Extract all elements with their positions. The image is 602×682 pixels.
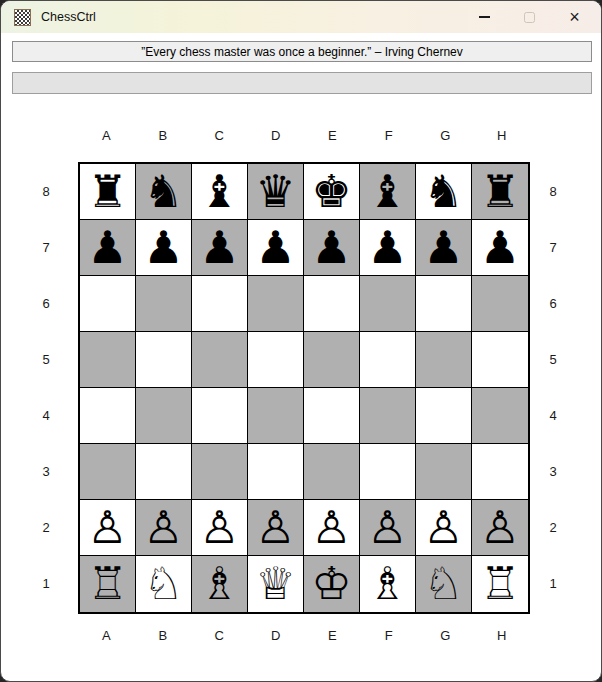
piece-black-pawn: ♟ (199, 222, 239, 274)
square-d3[interactable] (248, 444, 304, 500)
square-c1[interactable]: ♗ (192, 556, 248, 612)
rank-label-5-left: 5 (31, 332, 61, 388)
piece-black-knight: ♞ (143, 166, 183, 218)
maximize-icon (524, 12, 535, 23)
square-e3[interactable] (304, 444, 360, 500)
piece-black-pawn: ♟ (367, 222, 407, 274)
rank-label-7-right: 7 (538, 220, 568, 276)
square-c3[interactable] (192, 444, 248, 500)
piece-white-pawn: ♙ (367, 502, 407, 554)
square-a5[interactable] (80, 332, 136, 388)
square-d1[interactable]: ♕ (248, 556, 304, 612)
file-label-f-bottom: F (361, 628, 418, 644)
file-label-b-bottom: B (135, 628, 192, 644)
square-h2[interactable]: ♙ (472, 500, 528, 556)
square-f6[interactable] (360, 276, 416, 332)
file-label-b-top: B (135, 128, 192, 144)
square-b2[interactable]: ♙ (136, 500, 192, 556)
square-a3[interactable] (80, 444, 136, 500)
piece-white-pawn: ♙ (480, 502, 520, 554)
square-f8[interactable]: ♝ (360, 164, 416, 220)
rank-label-3-left: 3 (31, 444, 61, 500)
rank-labels-left: 87654321 (31, 164, 61, 612)
square-g1[interactable]: ♘ (416, 556, 472, 612)
square-a4[interactable] (80, 388, 136, 444)
app-window: ChessCtrl × ”Every chess master was once… (0, 0, 602, 682)
square-d2[interactable]: ♙ (248, 500, 304, 556)
square-d8[interactable]: ♛ (248, 164, 304, 220)
rank-label-3-right: 3 (538, 444, 568, 500)
square-c5[interactable] (192, 332, 248, 388)
file-label-a-top: A (78, 128, 135, 144)
square-e6[interactable] (304, 276, 360, 332)
piece-black-pawn: ♟ (311, 222, 351, 274)
piece-white-pawn: ♙ (255, 502, 295, 554)
rank-labels-right: 87654321 (538, 164, 568, 612)
piece-white-pawn: ♙ (143, 502, 183, 554)
rank-label-2-right: 2 (538, 500, 568, 556)
piece-black-pawn: ♟ (143, 222, 183, 274)
piece-black-pawn: ♟ (255, 222, 295, 274)
piece-black-pawn: ♟ (423, 222, 463, 274)
square-e8[interactable]: ♚ (304, 164, 360, 220)
square-b1[interactable]: ♘ (136, 556, 192, 612)
square-g2[interactable]: ♙ (416, 500, 472, 556)
file-label-d-top: D (248, 128, 305, 144)
rank-label-1-left: 1 (31, 556, 61, 612)
file-label-d-bottom: D (248, 628, 305, 644)
square-c7[interactable]: ♟ (192, 220, 248, 276)
file-label-g-top: G (417, 128, 474, 144)
square-c2[interactable]: ♙ (192, 500, 248, 556)
file-label-c-bottom: C (191, 628, 248, 644)
square-f4[interactable] (360, 388, 416, 444)
rank-label-4-left: 4 (31, 388, 61, 444)
square-e7[interactable]: ♟ (304, 220, 360, 276)
minimize-button[interactable] (462, 1, 507, 33)
piece-white-knight: ♘ (143, 558, 183, 610)
piece-black-rook: ♜ (87, 166, 127, 218)
piece-white-rook: ♖ (480, 558, 520, 610)
square-h5[interactable] (472, 332, 528, 388)
close-icon: × (569, 8, 580, 26)
app-icon-chessboard[interactable] (14, 9, 31, 26)
square-a6[interactable] (80, 276, 136, 332)
rank-label-6-right: 6 (538, 276, 568, 332)
square-a7[interactable]: ♟ (80, 220, 136, 276)
piece-black-bishop: ♝ (199, 166, 239, 218)
piece-black-knight: ♞ (423, 166, 463, 218)
file-label-e-top: E (304, 128, 361, 144)
square-b4[interactable] (136, 388, 192, 444)
square-e1[interactable]: ♔ (304, 556, 360, 612)
piece-black-pawn: ♟ (480, 222, 520, 274)
piece-black-king: ♚ (311, 166, 351, 218)
square-f1[interactable]: ♗ (360, 556, 416, 612)
piece-white-rook: ♖ (87, 558, 127, 610)
rank-label-5-right: 5 (538, 332, 568, 388)
quote-bar: ”Every chess master was once a beginner.… (12, 41, 592, 62)
piece-white-king: ♔ (311, 558, 351, 610)
file-label-c-top: C (191, 128, 248, 144)
square-c4[interactable] (192, 388, 248, 444)
piece-black-pawn: ♟ (87, 222, 127, 274)
progress-bar (12, 72, 592, 94)
file-labels-bottom: ABCDEFGH (78, 628, 530, 644)
chess-board: ♜♞♝♛♚♝♞♜♟♟♟♟♟♟♟♟♙♙♙♙♙♙♙♙♖♘♗♕♔♗♘♖ (78, 162, 530, 614)
square-c6[interactable] (192, 276, 248, 332)
piece-white-bishop: ♗ (367, 558, 407, 610)
close-button[interactable]: × (552, 1, 597, 33)
file-label-a-bottom: A (78, 628, 135, 644)
rank-label-2-left: 2 (31, 500, 61, 556)
square-f3[interactable] (360, 444, 416, 500)
file-label-h-top: H (474, 128, 531, 144)
square-f2[interactable]: ♙ (360, 500, 416, 556)
square-g8[interactable]: ♞ (416, 164, 472, 220)
piece-white-pawn: ♙ (87, 502, 127, 554)
square-c8[interactable]: ♝ (192, 164, 248, 220)
square-g3[interactable] (416, 444, 472, 500)
rank-label-4-right: 4 (538, 388, 568, 444)
window-controls: × (462, 1, 597, 33)
quote-text: ”Every chess master was once a beginner.… (141, 45, 462, 59)
square-g7[interactable]: ♟ (416, 220, 472, 276)
square-a1[interactable]: ♖ (80, 556, 136, 612)
square-d5[interactable] (248, 332, 304, 388)
square-g6[interactable] (416, 276, 472, 332)
square-b7[interactable]: ♟ (136, 220, 192, 276)
square-h4[interactable] (472, 388, 528, 444)
file-label-g-bottom: G (417, 628, 474, 644)
square-g4[interactable] (416, 388, 472, 444)
square-f5[interactable] (360, 332, 416, 388)
piece-white-pawn: ♙ (423, 502, 463, 554)
piece-black-bishop: ♝ (367, 166, 407, 218)
square-b5[interactable] (136, 332, 192, 388)
square-g5[interactable] (416, 332, 472, 388)
piece-white-queen: ♕ (255, 558, 295, 610)
square-a2[interactable]: ♙ (80, 500, 136, 556)
square-f7[interactable]: ♟ (360, 220, 416, 276)
maximize-button[interactable] (507, 1, 552, 33)
piece-white-knight: ♘ (423, 558, 463, 610)
square-b3[interactable] (136, 444, 192, 500)
piece-white-bishop: ♗ (199, 558, 239, 610)
square-h1[interactable]: ♖ (472, 556, 528, 612)
square-e2[interactable]: ♙ (304, 500, 360, 556)
square-e5[interactable] (304, 332, 360, 388)
rank-label-6-left: 6 (31, 276, 61, 332)
rank-label-8-left: 8 (31, 164, 61, 220)
square-a8[interactable]: ♜ (80, 164, 136, 220)
square-h7[interactable]: ♟ (472, 220, 528, 276)
square-h6[interactable] (472, 276, 528, 332)
rank-label-8-right: 8 (538, 164, 568, 220)
file-label-f-top: F (361, 128, 418, 144)
piece-black-rook: ♜ (480, 166, 520, 218)
piece-black-queen: ♛ (255, 166, 295, 218)
rank-label-1-right: 1 (538, 556, 568, 612)
title-bar: ChessCtrl × (1, 1, 601, 33)
piece-white-pawn: ♙ (311, 502, 351, 554)
window-title: ChessCtrl (41, 10, 96, 24)
file-label-e-bottom: E (304, 628, 361, 644)
minimize-icon (479, 16, 490, 17)
square-h8[interactable]: ♜ (472, 164, 528, 220)
square-d6[interactable] (248, 276, 304, 332)
square-d4[interactable] (248, 388, 304, 444)
square-e4[interactable] (304, 388, 360, 444)
rank-label-7-left: 7 (31, 220, 61, 276)
square-b6[interactable] (136, 276, 192, 332)
file-labels-top: ABCDEFGH (78, 128, 530, 144)
piece-white-pawn: ♙ (199, 502, 239, 554)
file-label-h-bottom: H (474, 628, 531, 644)
square-b8[interactable]: ♞ (136, 164, 192, 220)
square-h3[interactable] (472, 444, 528, 500)
square-d7[interactable]: ♟ (248, 220, 304, 276)
